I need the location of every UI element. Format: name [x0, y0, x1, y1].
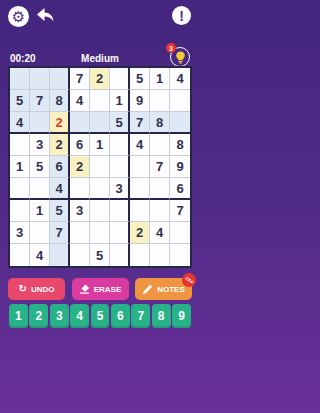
cell-r7c5[interactable] [90, 200, 110, 222]
cell-r2c5[interactable] [90, 90, 110, 112]
cell-r8c2[interactable] [30, 222, 50, 244]
cell-r3c8[interactable]: 8 [150, 112, 170, 134]
numpad-9[interactable]: 9 [172, 304, 191, 328]
cell-r7c4[interactable]: 3 [70, 200, 90, 222]
sudoku-board: 7251457841942578326148156279436153737244… [8, 66, 192, 268]
back-arrow-icon [35, 7, 55, 25]
cell-r2c9[interactable] [170, 90, 190, 112]
cell-r4c7[interactable]: 4 [130, 134, 150, 156]
cell-r9c9[interactable] [170, 244, 190, 266]
eraser-icon [79, 284, 90, 294]
cell-r8c1[interactable]: 3 [10, 222, 30, 244]
cell-r8c3[interactable]: 7 [50, 222, 70, 244]
undo-button[interactable]: ↻ UNDO [8, 278, 65, 300]
cell-r2c6[interactable]: 1 [110, 90, 130, 112]
cell-r9c4[interactable] [70, 244, 90, 266]
cell-r2c4[interactable]: 4 [70, 90, 90, 112]
cell-r6c3[interactable]: 4 [50, 178, 70, 200]
cell-r1c2[interactable] [30, 68, 50, 90]
cell-r4c6[interactable] [110, 134, 130, 156]
cell-r7c8[interactable] [150, 200, 170, 222]
cell-r1c7[interactable]: 5 [130, 68, 150, 90]
numpad-4[interactable]: 4 [70, 304, 89, 328]
number-pad: 123456789 [9, 304, 191, 328]
cell-r4c3[interactable]: 2 [50, 134, 70, 156]
cell-r1c4[interactable]: 7 [70, 68, 90, 90]
cell-r6c6[interactable]: 3 [110, 178, 130, 200]
exclamation-icon: ! [179, 9, 184, 23]
cell-r3c7[interactable]: 7 [130, 112, 150, 134]
cell-r7c1[interactable] [10, 200, 30, 222]
cell-r2c8[interactable] [150, 90, 170, 112]
cell-r2c1[interactable]: 5 [10, 90, 30, 112]
cell-r5c3[interactable]: 6 [50, 156, 70, 178]
undo-label: UNDO [31, 285, 55, 294]
cell-r5c5[interactable] [90, 156, 110, 178]
cell-r8c5[interactable] [90, 222, 110, 244]
cell-r1c1[interactable] [10, 68, 30, 90]
cell-r6c2[interactable] [30, 178, 50, 200]
cell-r9c6[interactable] [110, 244, 130, 266]
cell-r4c5[interactable]: 1 [90, 134, 110, 156]
cell-r2c2[interactable]: 7 [30, 90, 50, 112]
cell-r7c3[interactable]: 5 [50, 200, 70, 222]
back-button[interactable] [35, 7, 55, 25]
cell-r8c8[interactable]: 4 [150, 222, 170, 244]
cell-r8c4[interactable] [70, 222, 90, 244]
erase-button[interactable]: ERASE [72, 278, 129, 300]
cell-r3c1[interactable]: 4 [10, 112, 30, 134]
cell-r7c6[interactable] [110, 200, 130, 222]
cell-r6c4[interactable] [70, 178, 90, 200]
cell-r9c7[interactable] [130, 244, 150, 266]
cell-r9c3[interactable] [50, 244, 70, 266]
lightbulb-icon [175, 51, 186, 64]
cell-r3c4[interactable] [70, 112, 90, 134]
numpad-6[interactable]: 6 [111, 304, 130, 328]
cell-r4c2[interactable]: 3 [30, 134, 50, 156]
cell-r1c9[interactable]: 4 [170, 68, 190, 90]
cell-r1c5[interactable]: 2 [90, 68, 110, 90]
cell-r3c9[interactable] [170, 112, 190, 134]
cell-r1c6[interactable] [110, 68, 130, 90]
cell-r6c9[interactable]: 6 [170, 178, 190, 200]
cell-r7c7[interactable] [130, 200, 150, 222]
cell-r8c9[interactable] [170, 222, 190, 244]
numpad-5[interactable]: 5 [91, 304, 110, 328]
numpad-3[interactable]: 3 [50, 304, 69, 328]
cell-r2c3[interactable]: 8 [50, 90, 70, 112]
cell-r4c9[interactable]: 8 [170, 134, 190, 156]
erase-label: ERASE [94, 285, 122, 294]
cell-r1c3[interactable] [50, 68, 70, 90]
cell-r9c8[interactable] [150, 244, 170, 266]
cell-r3c2[interactable] [30, 112, 50, 134]
cell-r3c5[interactable] [90, 112, 110, 134]
numpad-1[interactable]: 1 [9, 304, 28, 328]
action-toolbar: ↻ UNDO ERASE NOTES OFF [8, 278, 192, 300]
cell-r5c1[interactable]: 1 [10, 156, 30, 178]
cell-r8c6[interactable] [110, 222, 130, 244]
settings-button[interactable]: ⚙ [8, 6, 29, 27]
pencil-icon [142, 284, 153, 295]
cell-r5c7[interactable] [130, 156, 150, 178]
cell-r9c1[interactable] [10, 244, 30, 266]
notes-button[interactable]: NOTES OFF [135, 278, 192, 300]
cell-r5c8[interactable]: 7 [150, 156, 170, 178]
gear-icon: ⚙ [12, 9, 25, 24]
cell-r4c1[interactable] [10, 134, 30, 156]
cell-r3c3[interactable]: 2 [50, 112, 70, 134]
cell-r5c4[interactable]: 2 [70, 156, 90, 178]
cell-r7c9[interactable]: 7 [170, 200, 190, 222]
cell-r5c2[interactable]: 5 [30, 156, 50, 178]
cell-r6c8[interactable] [150, 178, 170, 200]
cell-r6c5[interactable] [90, 178, 110, 200]
undo-icon: ↻ [19, 284, 27, 294]
cell-r1c8[interactable]: 1 [150, 68, 170, 90]
cell-r5c6[interactable] [110, 156, 130, 178]
numpad-7[interactable]: 7 [131, 304, 150, 328]
cell-r4c8[interactable] [150, 134, 170, 156]
cell-r3c6[interactable]: 5 [110, 112, 130, 134]
cell-r9c2[interactable]: 4 [30, 244, 50, 266]
cell-r6c1[interactable] [10, 178, 30, 200]
cell-r2c7[interactable]: 9 [130, 90, 150, 112]
cell-r4c4[interactable]: 6 [70, 134, 90, 156]
numpad-8[interactable]: 8 [152, 304, 171, 328]
cell-r5c9[interactable]: 9 [170, 156, 190, 178]
cell-r7c2[interactable]: 1 [30, 200, 50, 222]
info-alert-button[interactable]: ! [172, 6, 191, 25]
notes-label: NOTES [157, 285, 185, 294]
cell-r8c7[interactable]: 2 [130, 222, 150, 244]
numpad-2[interactable]: 2 [29, 304, 48, 328]
hints-remaining-badge: 3 [166, 43, 176, 53]
notes-off-badge: OFF [182, 273, 196, 287]
cell-r9c5[interactable]: 5 [90, 244, 110, 266]
cell-r6c7[interactable] [130, 178, 150, 200]
